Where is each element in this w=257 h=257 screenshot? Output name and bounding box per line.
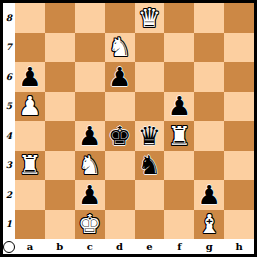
white-to-move-indicator <box>3 241 15 253</box>
square-d2[interactable] <box>105 180 135 210</box>
rank-label-5: 5 <box>3 92 15 122</box>
file-label-c: c <box>75 239 105 254</box>
square-c5[interactable] <box>75 92 105 122</box>
square-a5[interactable]: ♟ <box>15 92 45 122</box>
white-knight-c3[interactable]: ♞ <box>78 152 101 178</box>
square-a4[interactable] <box>15 121 45 151</box>
square-f7[interactable] <box>164 33 194 63</box>
square-c7[interactable] <box>75 33 105 63</box>
white-king-c1[interactable]: ♚ <box>78 211 101 237</box>
square-f8[interactable] <box>164 3 194 33</box>
square-g4[interactable] <box>194 121 224 151</box>
black-knight-e3[interactable]: ♞ <box>138 152 161 178</box>
file-label-f: f <box>164 239 194 254</box>
rank-label-3: 3 <box>3 151 15 181</box>
white-queen-e8[interactable]: ♛ <box>138 5 161 31</box>
square-a8[interactable] <box>15 3 45 33</box>
side-to-move-cell <box>3 239 15 254</box>
black-pawn-f5[interactable]: ♟ <box>168 93 191 119</box>
file-label-g: g <box>194 239 224 254</box>
square-b7[interactable] <box>45 33 75 63</box>
black-queen-e4[interactable]: ♛ <box>138 123 161 149</box>
square-b1[interactable] <box>45 210 75 240</box>
square-d5[interactable] <box>105 92 135 122</box>
square-h1[interactable] <box>224 210 254 240</box>
board: 8♛7♞6♟♟5♟♟4♟♚♛♜3♜♞♞2♟♟1♚♝abcdefgh <box>3 3 254 254</box>
rank-label-8: 8 <box>3 3 15 33</box>
square-d8[interactable] <box>105 3 135 33</box>
square-c4[interactable]: ♟ <box>75 121 105 151</box>
square-a1[interactable] <box>15 210 45 240</box>
square-a7[interactable] <box>15 33 45 63</box>
square-e8[interactable]: ♛ <box>135 3 165 33</box>
square-g8[interactable] <box>194 3 224 33</box>
square-h4[interactable] <box>224 121 254 151</box>
square-c6[interactable] <box>75 62 105 92</box>
square-f5[interactable]: ♟ <box>164 92 194 122</box>
black-pawn-g2[interactable]: ♟ <box>198 182 221 208</box>
square-h8[interactable] <box>224 3 254 33</box>
square-a6[interactable]: ♟ <box>15 62 45 92</box>
square-f4[interactable]: ♜ <box>164 121 194 151</box>
square-f3[interactable] <box>164 151 194 181</box>
white-rook-f4[interactable]: ♜ <box>168 123 191 149</box>
white-pawn-a5[interactable]: ♟ <box>18 93 41 119</box>
square-g5[interactable] <box>194 92 224 122</box>
rank-label-6: 6 <box>3 62 15 92</box>
file-label-d: d <box>105 239 135 254</box>
rank-label-4: 4 <box>3 121 15 151</box>
square-b5[interactable] <box>45 92 75 122</box>
square-e4[interactable]: ♛ <box>135 121 165 151</box>
file-label-e: e <box>135 239 165 254</box>
square-g7[interactable] <box>194 33 224 63</box>
file-label-b: b <box>45 239 75 254</box>
square-c2[interactable]: ♟ <box>75 180 105 210</box>
square-b8[interactable] <box>45 3 75 33</box>
square-g3[interactable] <box>194 151 224 181</box>
square-a3[interactable]: ♜ <box>15 151 45 181</box>
black-pawn-c4[interactable]: ♟ <box>78 123 101 149</box>
square-b2[interactable] <box>45 180 75 210</box>
square-e7[interactable] <box>135 33 165 63</box>
square-c8[interactable] <box>75 3 105 33</box>
rank-label-7: 7 <box>3 33 15 63</box>
square-e2[interactable] <box>135 180 165 210</box>
black-pawn-c2[interactable]: ♟ <box>78 182 101 208</box>
square-e6[interactable] <box>135 62 165 92</box>
square-h7[interactable] <box>224 33 254 63</box>
black-pawn-a6[interactable]: ♟ <box>18 64 41 90</box>
square-b4[interactable] <box>45 121 75 151</box>
square-d4[interactable]: ♚ <box>105 121 135 151</box>
square-c1[interactable]: ♚ <box>75 210 105 240</box>
square-f6[interactable] <box>164 62 194 92</box>
square-d3[interactable] <box>105 151 135 181</box>
square-h5[interactable] <box>224 92 254 122</box>
square-f2[interactable] <box>164 180 194 210</box>
file-label-a: a <box>15 239 45 254</box>
square-e1[interactable] <box>135 210 165 240</box>
square-h6[interactable] <box>224 62 254 92</box>
square-a2[interactable] <box>15 180 45 210</box>
rank-label-1: 1 <box>3 210 15 240</box>
square-g2[interactable]: ♟ <box>194 180 224 210</box>
black-king-d4[interactable]: ♚ <box>108 123 131 149</box>
square-b3[interactable] <box>45 151 75 181</box>
rank-label-2: 2 <box>3 180 15 210</box>
square-d1[interactable] <box>105 210 135 240</box>
square-e5[interactable] <box>135 92 165 122</box>
square-d6[interactable]: ♟ <box>105 62 135 92</box>
black-pawn-d6[interactable]: ♟ <box>108 64 131 90</box>
square-e3[interactable]: ♞ <box>135 151 165 181</box>
white-knight-d7[interactable]: ♞ <box>108 34 131 60</box>
file-label-h: h <box>224 239 254 254</box>
square-c3[interactable]: ♞ <box>75 151 105 181</box>
chess-diagram: 8♛7♞6♟♟5♟♟4♟♚♛♜3♜♞♞2♟♟1♚♝abcdefgh <box>0 0 257 257</box>
white-rook-a3[interactable]: ♜ <box>18 152 41 178</box>
square-b6[interactable] <box>45 62 75 92</box>
square-f1[interactable] <box>164 210 194 240</box>
square-h2[interactable] <box>224 180 254 210</box>
white-bishop-g1[interactable]: ♝ <box>198 211 221 237</box>
square-d7[interactable]: ♞ <box>105 33 135 63</box>
square-g1[interactable]: ♝ <box>194 210 224 240</box>
square-h3[interactable] <box>224 151 254 181</box>
square-g6[interactable] <box>194 62 224 92</box>
